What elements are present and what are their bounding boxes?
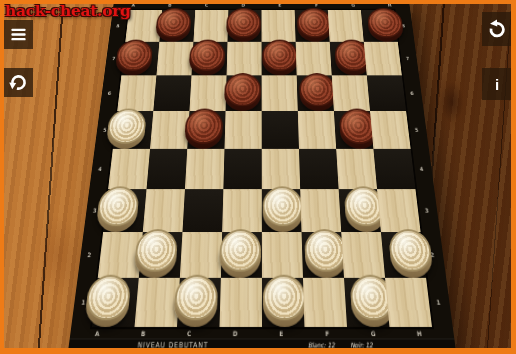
square-e1[interactable] xyxy=(262,278,305,327)
light-piece-c1[interactable] xyxy=(173,274,218,326)
square-f4[interactable] xyxy=(299,149,339,189)
square-e5[interactable] xyxy=(262,111,299,149)
square-d6[interactable] xyxy=(226,75,262,111)
dark-piece-d8[interactable] xyxy=(226,8,261,42)
watermark-frame-bottom xyxy=(0,348,516,354)
square-d4[interactable] xyxy=(223,149,261,189)
square-h6[interactable] xyxy=(367,75,406,111)
square-c1[interactable] xyxy=(177,278,221,327)
light-piece-a5[interactable] xyxy=(105,108,147,148)
file-label: C xyxy=(166,327,213,338)
square-d3[interactable] xyxy=(222,189,262,232)
square-h8[interactable] xyxy=(361,10,398,42)
square-a1[interactable] xyxy=(92,278,139,327)
info-button[interactable]: i xyxy=(482,68,512,100)
file-labels-bottom: ABCDEFGH xyxy=(74,327,443,338)
info-icon: i xyxy=(495,77,499,92)
square-c2[interactable] xyxy=(180,232,222,278)
light-piece-a1[interactable] xyxy=(84,274,132,326)
square-b6[interactable] xyxy=(153,75,191,111)
menu-button[interactable] xyxy=(4,20,33,49)
watermark-frame-right xyxy=(511,0,516,354)
square-e3[interactable] xyxy=(262,189,302,232)
watermark-frame-left xyxy=(0,0,4,354)
square-c4[interactable] xyxy=(185,149,225,189)
light-piece-h2[interactable] xyxy=(388,229,435,278)
square-g4[interactable] xyxy=(336,149,377,189)
file-label: H xyxy=(396,327,443,338)
square-b8[interactable] xyxy=(159,10,195,42)
dark-piece-a7[interactable] xyxy=(114,39,153,75)
dark-piece-c5[interactable] xyxy=(184,108,223,148)
dark-piece-e7[interactable] xyxy=(262,39,298,75)
square-c5[interactable] xyxy=(187,111,225,149)
square-d1[interactable] xyxy=(219,278,261,327)
board-grid xyxy=(92,10,432,327)
piece-top xyxy=(263,274,306,319)
square-b2[interactable] xyxy=(139,232,183,278)
square-h2[interactable] xyxy=(381,232,426,278)
square-e2[interactable] xyxy=(262,232,303,278)
square-g7[interactable] xyxy=(330,42,367,76)
watermark: hack-cheat.org xyxy=(5,1,131,20)
square-a3[interactable] xyxy=(103,189,146,232)
square-a7[interactable] xyxy=(121,42,159,76)
square-d5[interactable] xyxy=(224,111,261,149)
hamburger-menu-icon xyxy=(9,25,28,44)
square-h3[interactable] xyxy=(377,189,421,232)
light-piece-e1[interactable] xyxy=(263,274,307,326)
square-c8[interactable] xyxy=(193,10,228,42)
square-g3[interactable] xyxy=(339,189,381,232)
square-a4[interactable] xyxy=(108,149,150,189)
square-f3[interactable] xyxy=(300,189,341,232)
square-f1[interactable] xyxy=(303,278,347,327)
file-label: G xyxy=(350,327,397,338)
square-g6[interactable] xyxy=(332,75,370,111)
checkers-app-screen: ABCDEFGH ABCDEFGH 87654321 87654321 NIVE… xyxy=(0,0,516,354)
square-f8[interactable] xyxy=(295,10,330,42)
square-e8[interactable] xyxy=(261,10,295,42)
light-piece-b2[interactable] xyxy=(133,229,178,278)
square-e7[interactable] xyxy=(262,42,297,76)
square-h4[interactable] xyxy=(373,149,415,189)
piece-top xyxy=(224,73,261,106)
square-c3[interactable] xyxy=(182,189,223,232)
board-3d: ABCDEFGH ABCDEFGH 87654321 87654321 NIVE… xyxy=(68,0,456,350)
square-f7[interactable] xyxy=(296,42,332,76)
dark-piece-b8[interactable] xyxy=(154,8,191,42)
file-label: A xyxy=(74,327,121,338)
square-c7[interactable] xyxy=(191,42,227,76)
square-f5[interactable] xyxy=(298,111,336,149)
file-label: D xyxy=(212,327,258,338)
undo-arrow-icon xyxy=(486,18,508,40)
rotate-board-button[interactable] xyxy=(4,68,33,97)
piece-top xyxy=(262,186,302,226)
square-d8[interactable] xyxy=(227,10,261,42)
square-g8[interactable] xyxy=(328,10,364,42)
undo-button[interactable] xyxy=(482,12,512,46)
piece-top xyxy=(220,229,262,271)
square-f2[interactable] xyxy=(302,232,344,278)
dark-piece-c7[interactable] xyxy=(188,39,225,75)
square-c6[interactable] xyxy=(189,75,226,111)
dark-piece-d6[interactable] xyxy=(224,73,261,111)
square-h5[interactable] xyxy=(370,111,411,149)
file-label: F xyxy=(304,327,351,338)
light-piece-a3[interactable] xyxy=(95,186,140,232)
square-g1[interactable] xyxy=(344,278,389,327)
dark-piece-h8[interactable] xyxy=(366,8,404,42)
square-h1[interactable] xyxy=(385,278,432,327)
square-d2[interactable] xyxy=(221,232,262,278)
square-b3[interactable] xyxy=(143,189,185,232)
piece-top xyxy=(226,8,261,37)
square-e4[interactable] xyxy=(262,149,300,189)
light-piece-e3[interactable] xyxy=(262,186,303,232)
rank-label: 6 xyxy=(100,75,119,111)
square-b4[interactable] xyxy=(147,149,188,189)
piece-top xyxy=(262,39,298,70)
square-g2[interactable] xyxy=(341,232,385,278)
square-e6[interactable] xyxy=(262,75,298,111)
rotate-counterclockwise-icon xyxy=(8,72,29,93)
square-a6[interactable] xyxy=(117,75,156,111)
square-g5[interactable] xyxy=(334,111,374,149)
square-a5[interactable] xyxy=(113,111,154,149)
square-h7[interactable] xyxy=(364,42,402,76)
file-label: B xyxy=(120,327,167,338)
light-piece-d2[interactable] xyxy=(219,229,261,278)
file-label: E xyxy=(258,327,304,338)
square-f6[interactable] xyxy=(297,75,334,111)
square-d7[interactable] xyxy=(227,42,262,76)
